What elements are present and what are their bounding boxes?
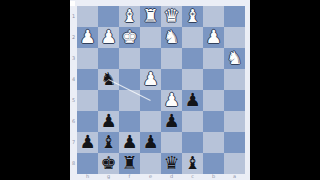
square-a4[interactable] bbox=[224, 69, 245, 90]
square-e1[interactable]: ♜ bbox=[140, 6, 161, 27]
black-bishop[interactable]: ♝ bbox=[100, 132, 116, 152]
square-a2[interactable] bbox=[224, 27, 245, 48]
rank-label-8: 8 bbox=[70, 153, 77, 174]
square-e7[interactable]: ♟ bbox=[140, 132, 161, 153]
square-d4[interactable] bbox=[161, 69, 182, 90]
square-e6[interactable] bbox=[140, 111, 161, 132]
black-king[interactable]: ♚ bbox=[100, 153, 116, 173]
square-e2[interactable] bbox=[140, 27, 161, 48]
chess-board[interactable]: ♝♜♛♝♟♟♚♞♟♞♞♟♟♟♟♟♟♝♟♟♚♜♛♝ bbox=[77, 6, 245, 174]
square-b4[interactable] bbox=[203, 69, 224, 90]
white-pawn[interactable]: ♟ bbox=[205, 27, 221, 47]
file-label-e: e bbox=[140, 173, 161, 180]
white-knight[interactable]: ♞ bbox=[163, 27, 179, 47]
square-h5[interactable] bbox=[77, 90, 98, 111]
screenshot-stage: ♝♜♛♝♟♟♚♞♟♞♞♟♟♟♟♟♟♝♟♟♚♜♛♝ 12345678 hgfedc… bbox=[0, 0, 320, 180]
square-d5[interactable]: ♟ bbox=[161, 90, 182, 111]
square-g8[interactable]: ♚ bbox=[98, 153, 119, 174]
square-g5[interactable] bbox=[98, 90, 119, 111]
square-d1[interactable]: ♛ bbox=[161, 6, 182, 27]
square-f3[interactable] bbox=[119, 48, 140, 69]
square-f1[interactable]: ♝ bbox=[119, 6, 140, 27]
file-label-h: h bbox=[77, 173, 98, 180]
square-c3[interactable] bbox=[182, 48, 203, 69]
black-pawn[interactable]: ♟ bbox=[100, 111, 116, 131]
square-d2[interactable]: ♞ bbox=[161, 27, 182, 48]
square-f4[interactable] bbox=[119, 69, 140, 90]
file-label-d: d bbox=[161, 173, 182, 180]
square-h4[interactable] bbox=[77, 69, 98, 90]
square-b8[interactable] bbox=[203, 153, 224, 174]
black-bishop[interactable]: ♝ bbox=[184, 153, 200, 173]
square-h6[interactable] bbox=[77, 111, 98, 132]
square-a7[interactable] bbox=[224, 132, 245, 153]
square-e8[interactable] bbox=[140, 153, 161, 174]
file-label-g: g bbox=[98, 173, 119, 180]
rank-label-4: 4 bbox=[70, 69, 77, 90]
white-bishop[interactable]: ♝ bbox=[184, 6, 200, 26]
square-a3[interactable]: ♞ bbox=[224, 48, 245, 69]
square-c2[interactable] bbox=[182, 27, 203, 48]
black-pawn[interactable]: ♟ bbox=[121, 132, 137, 152]
square-b3[interactable] bbox=[203, 48, 224, 69]
black-pawn[interactable]: ♟ bbox=[163, 111, 179, 131]
white-pawn[interactable]: ♟ bbox=[79, 27, 95, 47]
rank-label-7: 7 bbox=[70, 132, 77, 153]
square-c7[interactable] bbox=[182, 132, 203, 153]
white-knight[interactable]: ♞ bbox=[226, 48, 242, 68]
file-label-b: b bbox=[203, 173, 224, 180]
square-e4[interactable]: ♟ bbox=[140, 69, 161, 90]
rank-label-3: 3 bbox=[70, 48, 77, 69]
square-h7[interactable]: ♟ bbox=[77, 132, 98, 153]
white-pawn[interactable]: ♟ bbox=[163, 90, 179, 110]
white-bishop[interactable]: ♝ bbox=[121, 6, 137, 26]
square-f6[interactable] bbox=[119, 111, 140, 132]
rank-label-1: 1 bbox=[70, 6, 77, 27]
black-knight[interactable]: ♞ bbox=[100, 69, 116, 89]
square-c5[interactable]: ♟ bbox=[182, 90, 203, 111]
square-c1[interactable]: ♝ bbox=[182, 6, 203, 27]
square-h8[interactable] bbox=[77, 153, 98, 174]
square-f7[interactable]: ♟ bbox=[119, 132, 140, 153]
square-d6[interactable]: ♟ bbox=[161, 111, 182, 132]
square-b6[interactable] bbox=[203, 111, 224, 132]
square-a8[interactable] bbox=[224, 153, 245, 174]
white-rook[interactable]: ♜ bbox=[142, 6, 158, 26]
white-pawn[interactable]: ♟ bbox=[100, 27, 116, 47]
rank-label-2: 2 bbox=[70, 27, 77, 48]
square-h3[interactable] bbox=[77, 48, 98, 69]
square-g6[interactable]: ♟ bbox=[98, 111, 119, 132]
square-h1[interactable] bbox=[77, 6, 98, 27]
square-d3[interactable] bbox=[161, 48, 182, 69]
square-c6[interactable] bbox=[182, 111, 203, 132]
square-e3[interactable] bbox=[140, 48, 161, 69]
chess-app-panel: ♝♜♛♝♟♟♚♞♟♞♞♟♟♟♟♟♟♝♟♟♚♜♛♝ 12345678 hgfedc… bbox=[70, 0, 250, 180]
square-g4[interactable]: ♞ bbox=[98, 69, 119, 90]
square-d8[interactable]: ♛ bbox=[161, 153, 182, 174]
black-pawn[interactable]: ♟ bbox=[142, 132, 158, 152]
square-g7[interactable]: ♝ bbox=[98, 132, 119, 153]
file-label-f: f bbox=[119, 173, 140, 180]
file-label-a: a bbox=[224, 173, 245, 180]
black-pawn[interactable]: ♟ bbox=[184, 90, 200, 110]
rank-label-5: 5 bbox=[70, 90, 77, 111]
square-a6[interactable] bbox=[224, 111, 245, 132]
square-b1[interactable] bbox=[203, 6, 224, 27]
square-f5[interactable] bbox=[119, 90, 140, 111]
square-a1[interactable] bbox=[224, 6, 245, 27]
black-pawn[interactable]: ♟ bbox=[79, 132, 95, 152]
white-king[interactable]: ♚ bbox=[121, 27, 137, 47]
square-f2[interactable]: ♚ bbox=[119, 27, 140, 48]
square-b2[interactable]: ♟ bbox=[203, 27, 224, 48]
white-pawn[interactable]: ♟ bbox=[142, 69, 158, 89]
white-queen[interactable]: ♛ bbox=[163, 6, 179, 26]
square-b5[interactable] bbox=[203, 90, 224, 111]
square-f8[interactable]: ♜ bbox=[119, 153, 140, 174]
square-g1[interactable] bbox=[98, 6, 119, 27]
rank-label-6: 6 bbox=[70, 111, 77, 132]
square-c8[interactable]: ♝ bbox=[182, 153, 203, 174]
black-rook[interactable]: ♜ bbox=[121, 153, 137, 173]
square-g2[interactable]: ♟ bbox=[98, 27, 119, 48]
file-label-c: c bbox=[182, 173, 203, 180]
square-a5[interactable] bbox=[224, 90, 245, 111]
square-c4[interactable] bbox=[182, 69, 203, 90]
square-h2[interactable]: ♟ bbox=[77, 27, 98, 48]
square-d7[interactable] bbox=[161, 132, 182, 153]
square-b7[interactable] bbox=[203, 132, 224, 153]
square-e5[interactable] bbox=[140, 90, 161, 111]
square-g3[interactable] bbox=[98, 48, 119, 69]
black-queen[interactable]: ♛ bbox=[163, 153, 179, 173]
